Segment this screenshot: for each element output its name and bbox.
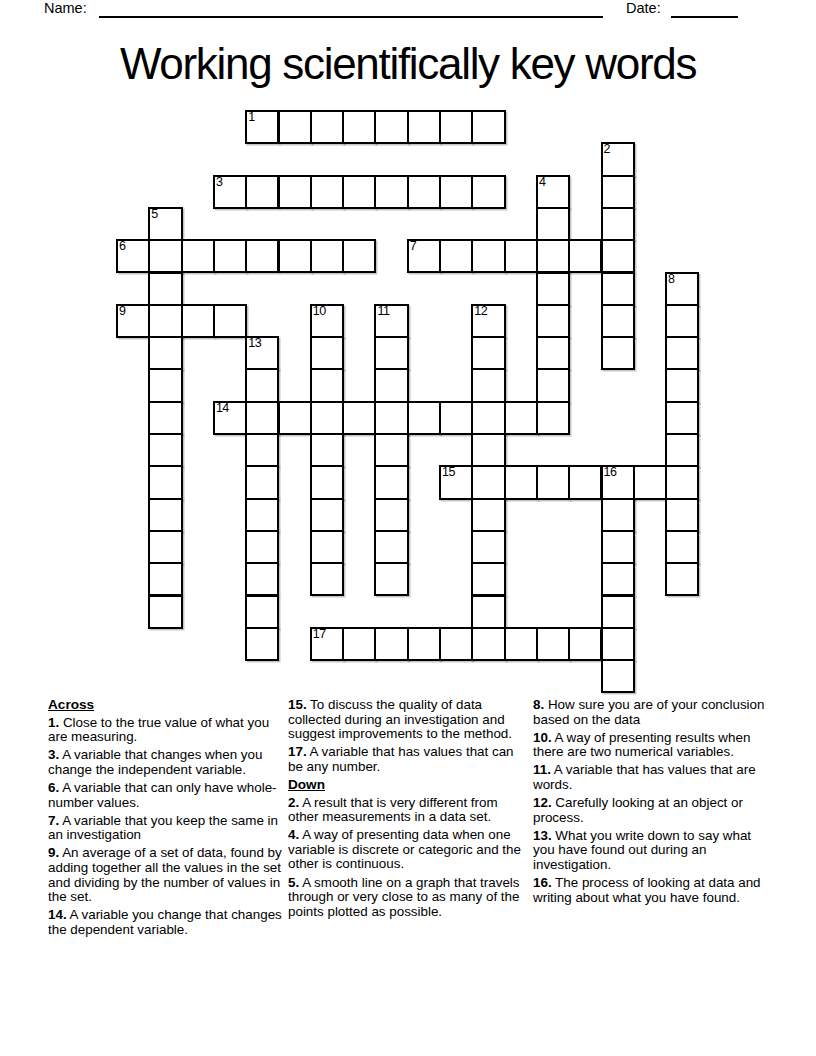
- clue-across-17: 17. A variable that has values that can …: [288, 745, 524, 774]
- crossword-cell-r4c0[interactable]: 6: [116, 239, 150, 273]
- crossword-cell-r4c9[interactable]: 7: [407, 239, 441, 273]
- across-clue-list-continued: 15. To discuss the quality of data colle…: [288, 698, 524, 774]
- crossword-cell-r3c13[interactable]: [536, 207, 570, 241]
- crossword-cell-r9c3[interactable]: 14: [213, 401, 247, 435]
- clue-number-label: 16.: [533, 875, 552, 890]
- clues-column-1: Across 1. Close to the true value of wha…: [48, 698, 284, 941]
- crossword-cell-r4c15[interactable]: [601, 239, 635, 273]
- crossword-cell-r0c9[interactable]: [407, 110, 441, 144]
- crossword-cell-r5c15[interactable]: [601, 272, 635, 306]
- crossword-cell-r0c10[interactable]: [439, 110, 473, 144]
- clue-number: 17: [313, 628, 326, 641]
- crossword-cell-r2c13[interactable]: 4: [536, 175, 570, 209]
- crossword-cell-r7c1[interactable]: [148, 336, 182, 370]
- crossword-cell-r8c4[interactable]: [245, 368, 279, 402]
- clue-number-label: 3.: [48, 747, 59, 762]
- crossword-cell-r8c1[interactable]: [148, 368, 182, 402]
- clue-across-1: 1. Close to the true value of what you a…: [48, 716, 284, 745]
- crossword-cell-r9c11[interactable]: [471, 401, 505, 435]
- clue-number: 12: [474, 305, 487, 318]
- crossword-cell-r2c11[interactable]: [471, 175, 505, 209]
- down-clue-list-continued: 8. How sure you are of your conclusion b…: [533, 698, 769, 905]
- crossword-cell-r13c6[interactable]: [310, 530, 344, 564]
- crossword-cell-r6c13[interactable]: [536, 304, 570, 338]
- crossword-cell-r2c5[interactable]: [278, 175, 312, 209]
- crossword-cell-r16c4[interactable]: [245, 627, 279, 661]
- clue-number-label: 9.: [48, 845, 59, 860]
- crossword-cell-r11c8[interactable]: [374, 465, 408, 499]
- crossword-cell-r16c12[interactable]: [504, 627, 538, 661]
- crossword-cell-r2c9[interactable]: [407, 175, 441, 209]
- crossword-cell-r2c15[interactable]: [601, 175, 635, 209]
- crossword-cell-r0c8[interactable]: [374, 110, 408, 144]
- crossword-cell-r10c6[interactable]: [310, 433, 344, 467]
- crossword-cell-r15c11[interactable]: [471, 595, 505, 629]
- crossword-cell-r10c8[interactable]: [374, 433, 408, 467]
- clue-across-15: 15. To discuss the quality of data colle…: [288, 698, 524, 742]
- crossword-cell-r0c4[interactable]: 1: [245, 110, 279, 144]
- crossword-cell-r8c8[interactable]: [374, 368, 408, 402]
- crossword-cell-r14c17[interactable]: [665, 562, 699, 596]
- crossword-cell-r11c11[interactable]: [471, 465, 505, 499]
- crossword-cell-r9c10[interactable]: [439, 401, 473, 435]
- clue-down-12: 12. Carefully looking at an object or pr…: [533, 796, 769, 825]
- clue-number-label: 6.: [48, 780, 59, 795]
- clue-across-6: 6. A variable that can only have whole-n…: [48, 781, 284, 810]
- crossword-cell-r9c13[interactable]: [536, 401, 570, 435]
- clue-number-label: 4.: [288, 827, 299, 842]
- clue-down-4: 4. A way of presenting data when one var…: [288, 828, 524, 872]
- clue-number: 13: [248, 337, 261, 350]
- crossword-cell-r11c10[interactable]: 15: [439, 465, 473, 499]
- clue-number: 7: [410, 240, 416, 253]
- crossword-cell-r16c10[interactable]: [439, 627, 473, 661]
- crossword-cell-r9c17[interactable]: [665, 401, 699, 435]
- crossword-cell-r7c6[interactable]: [310, 336, 344, 370]
- crossword-cell-r9c4[interactable]: [245, 401, 279, 435]
- crossword-cell-r14c8[interactable]: [374, 562, 408, 596]
- crossword-cell-r16c15[interactable]: [601, 627, 635, 661]
- clue-number-label: 8.: [533, 697, 544, 712]
- crossword-cell-r12c17[interactable]: [665, 498, 699, 532]
- crossword-cell-r6c15[interactable]: [601, 304, 635, 338]
- clues-column-3: 8. How sure you are of your conclusion b…: [533, 698, 769, 909]
- crossword-cell-r16c14[interactable]: [568, 627, 602, 661]
- name-label: Name:: [44, 0, 87, 17]
- crossword-cell-r11c13[interactable]: [536, 465, 570, 499]
- crossword-cell-r12c11[interactable]: [471, 498, 505, 532]
- crossword-cell-r4c1[interactable]: [148, 239, 182, 273]
- crossword-cell-r8c11[interactable]: [471, 368, 505, 402]
- crossword-cell-r4c14[interactable]: [568, 239, 602, 273]
- crossword-cell-r14c1[interactable]: [148, 562, 182, 596]
- crossword-cell-r9c6[interactable]: [310, 401, 344, 435]
- clue-number: 6: [119, 240, 125, 253]
- down-clue-list: 2. A result that is very different from …: [288, 796, 524, 920]
- crossword-cell-r8c17[interactable]: [665, 368, 699, 402]
- crossword-cell-r3c1[interactable]: 5: [148, 207, 182, 241]
- crossword-cell-r12c15[interactable]: [601, 498, 635, 532]
- clue-number-label: 14.: [48, 907, 67, 922]
- crossword-cell-r9c9[interactable]: [407, 401, 441, 435]
- crossword-cell-r6c0[interactable]: 9: [116, 304, 150, 338]
- clue-down-11: 11. A variable that has values that are …: [533, 763, 769, 792]
- clue-number-label: 1.: [48, 715, 59, 730]
- crossword-cell-r14c11[interactable]: [471, 562, 505, 596]
- crossword-cell-r17c15[interactable]: [601, 659, 635, 693]
- crossword-cell-r16c11[interactable]: [471, 627, 505, 661]
- crossword-cell-r13c1[interactable]: [148, 530, 182, 564]
- crossword-cell-r7c17[interactable]: [665, 336, 699, 370]
- crossword-cell-r11c12[interactable]: [504, 465, 538, 499]
- crossword-cell-r2c6[interactable]: [310, 175, 344, 209]
- crossword-cell-r12c1[interactable]: [148, 498, 182, 532]
- crossword-cell-r0c11[interactable]: [471, 110, 505, 144]
- crossword-cell-r8c13[interactable]: [536, 368, 570, 402]
- crossword-cell-r0c7[interactable]: [342, 110, 376, 144]
- crossword-cell-r10c1[interactable]: [148, 433, 182, 467]
- clue-number: 4: [539, 176, 545, 189]
- crossword-cell-r15c4[interactable]: [245, 595, 279, 629]
- clue-down-10: 10. A way of presenting results when the…: [533, 731, 769, 760]
- crossword-cell-r6c17[interactable]: [665, 304, 699, 338]
- clue-number-label: 13.: [533, 828, 552, 843]
- crossword-cell-r2c3[interactable]: 3: [213, 175, 247, 209]
- crossword-cell-r4c2[interactable]: [181, 239, 215, 273]
- crossword-cell-r10c17[interactable]: [665, 433, 699, 467]
- clue-down-8: 8. How sure you are of your conclusion b…: [533, 698, 769, 727]
- crossword-cell-r11c17[interactable]: [665, 465, 699, 499]
- crossword-cell-r7c11[interactable]: [471, 336, 505, 370]
- clue-number-label: 2.: [288, 795, 299, 810]
- clue-number: 8: [668, 273, 674, 286]
- clue-down-2: 2. A result that is very different from …: [288, 796, 524, 825]
- crossword-cell-r5c13[interactable]: [536, 272, 570, 306]
- crossword-cell-r4c4[interactable]: [245, 239, 279, 273]
- crossword-cell-r14c15[interactable]: [601, 562, 635, 596]
- crossword-cell-r8c6[interactable]: [310, 368, 344, 402]
- crossword-cell-r12c6[interactable]: [310, 498, 344, 532]
- clue-number: 11: [377, 305, 389, 318]
- clue-across-14: 14. A variable you change that changes t…: [48, 908, 284, 937]
- crossword-cell-r13c11[interactable]: [471, 530, 505, 564]
- clue-number: 15: [442, 466, 455, 479]
- clue-number: 16: [604, 466, 617, 479]
- clue-number: 5: [151, 208, 157, 221]
- crossword-cell-r9c7[interactable]: [342, 401, 376, 435]
- crossword-cell-r12c8[interactable]: [374, 498, 408, 532]
- date-blank-line[interactable]: [671, 0, 738, 18]
- crossword-cell-r11c14[interactable]: [568, 465, 602, 499]
- name-blank-line[interactable]: [99, 0, 603, 18]
- crossword-cell-r9c8[interactable]: [374, 401, 408, 435]
- crossword-cell-r16c6[interactable]: 17: [310, 627, 344, 661]
- crossword-cell-r7c8[interactable]: [374, 336, 408, 370]
- clue-number: 1: [248, 111, 254, 124]
- clue-number: 2: [604, 143, 610, 156]
- clue-across-7: 7. A variable that you keep the same in …: [48, 814, 284, 843]
- clue-down-13: 13. What you write down to say what you …: [533, 829, 769, 873]
- crossword-cell-r4c5[interactable]: [278, 239, 312, 273]
- crossword-cell-r14c6[interactable]: [310, 562, 344, 596]
- crossword-cell-r6c2[interactable]: [181, 304, 215, 338]
- clue-number-label: 17.: [288, 744, 307, 759]
- crossword-cell-r16c7[interactable]: [342, 627, 376, 661]
- clue-down-16: 16. The process of looking at data and w…: [533, 876, 769, 905]
- crossword-cell-r0c6[interactable]: [310, 110, 344, 144]
- crossword-cell-r3c15[interactable]: [601, 207, 635, 241]
- crossword-cell-r13c8[interactable]: [374, 530, 408, 564]
- crossword-cell-r16c9[interactable]: [407, 627, 441, 661]
- crossword-cell-r11c1[interactable]: [148, 465, 182, 499]
- crossword-cell-r11c15[interactable]: 16: [601, 465, 635, 499]
- clue-number: 14: [216, 402, 229, 415]
- across-clue-list: 1. Close to the true value of what you a…: [48, 716, 284, 938]
- crossword-cell-r4c11[interactable]: [471, 239, 505, 273]
- crossword-cell-r11c4[interactable]: [245, 465, 279, 499]
- clue-number-label: 7.: [48, 813, 59, 828]
- clue-number: 10: [313, 305, 326, 318]
- crossword-cell-r12c4[interactable]: [245, 498, 279, 532]
- crossword-cell-r15c15[interactable]: [601, 595, 635, 629]
- crossword-cell-r13c4[interactable]: [245, 530, 279, 564]
- clue-number-label: 11.: [533, 762, 551, 777]
- crossword-cell-r6c3[interactable]: [213, 304, 247, 338]
- crossword-cell-r2c8[interactable]: [374, 175, 408, 209]
- across-header: Across: [48, 698, 284, 713]
- crossword-cell-r4c10[interactable]: [439, 239, 473, 273]
- crossword-cell-r4c12[interactable]: [504, 239, 538, 273]
- crossword-cell-r7c13[interactable]: [536, 336, 570, 370]
- crossword-cell-r16c13[interactable]: [536, 627, 570, 661]
- crossword-cell-r2c7[interactable]: [342, 175, 376, 209]
- crossword-cell-r9c5[interactable]: [278, 401, 312, 435]
- crossword-cell-r0c5[interactable]: [278, 110, 312, 144]
- clue-down-5: 5. A smooth line on a graph that travels…: [288, 876, 524, 920]
- crossword-cell-r13c17[interactable]: [665, 530, 699, 564]
- crossword-cell-r5c17[interactable]: 8: [665, 272, 699, 306]
- page-title: Working scientifically key words: [0, 38, 816, 90]
- crossword-cell-r7c4[interactable]: 13: [245, 336, 279, 370]
- crossword-cell-r9c12[interactable]: [504, 401, 538, 435]
- crossword-cell-r1c15[interactable]: 2: [601, 142, 635, 176]
- crossword-cell-r10c4[interactable]: [245, 433, 279, 467]
- crossword-cell-r9c1[interactable]: [148, 401, 182, 435]
- crossword-cell-r6c11[interactable]: 12: [471, 304, 505, 338]
- clue-across-3: 3. A variable that changes when you chan…: [48, 748, 284, 777]
- crossword-cell-r4c13[interactable]: [536, 239, 570, 273]
- crossword-cell-r6c6[interactable]: 10: [310, 304, 344, 338]
- clue-number: 3: [216, 176, 222, 189]
- clue-number-label: 12.: [533, 795, 552, 810]
- crossword-cell-r2c4[interactable]: [245, 175, 279, 209]
- crossword-cell-r4c3[interactable]: [213, 239, 247, 273]
- down-header: Down: [288, 778, 524, 793]
- date-label: Date:: [626, 0, 661, 17]
- clue-across-9: 9. An average of a set of data, found by…: [48, 846, 284, 904]
- clue-number-label: 10.: [533, 730, 552, 745]
- clue-number: 9: [119, 305, 125, 318]
- crossword-cell-r13c15[interactable]: [601, 530, 635, 564]
- clue-number-label: 5.: [288, 875, 299, 890]
- crossword-cell-r6c8[interactable]: 11: [374, 304, 408, 338]
- crossword-cell-r4c7[interactable]: [342, 239, 376, 273]
- crossword-cell-r7c15[interactable]: [601, 336, 635, 370]
- crossword-cell-r16c8[interactable]: [374, 627, 408, 661]
- clue-number-label: 15.: [288, 697, 307, 712]
- crossword-cell-r6c1[interactable]: [148, 304, 182, 338]
- crossword-cell-r15c1[interactable]: [148, 595, 182, 629]
- crossword-grid: 1234567891011121314151617: [117, 111, 699, 693]
- crossword-cell-r2c10[interactable]: [439, 175, 473, 209]
- crossword-cell-r11c6[interactable]: [310, 465, 344, 499]
- crossword-cell-r14c4[interactable]: [245, 562, 279, 596]
- clues-column-2: 15. To discuss the quality of data colle…: [288, 698, 524, 923]
- crossword-cell-r11c16[interactable]: [633, 465, 667, 499]
- crossword-cell-r10c11[interactable]: [471, 433, 505, 467]
- crossword-cell-r5c1[interactable]: [148, 272, 182, 306]
- crossword-cell-r4c6[interactable]: [310, 239, 344, 273]
